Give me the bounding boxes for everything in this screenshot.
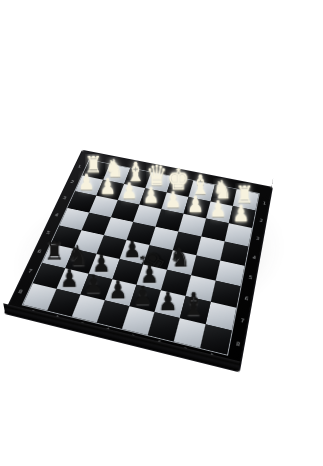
square-g7[interactable]: ♝: [180, 296, 211, 324]
product-photo: ♜♞♝♛♚♝♞♜♟♟♟♟♟♟♟♟♟♚♞♜♞♟♟♟♟♟♟♟♝ 1122334455…: [0, 0, 323, 466]
piece-black-pawn-b7[interactable]: ♟: [59, 266, 78, 291]
piece-white-pawn-g2[interactable]: ♟: [209, 198, 226, 220]
piece-white-pawn-h2[interactable]: ♟: [232, 202, 249, 225]
rank-label-right-1: 1: [263, 201, 267, 205]
rank-label-right-6: 6: [245, 296, 249, 301]
chess-board-case: ♜♞♝♛♚♝♞♜♟♟♟♟♟♟♟♟♟♚♞♜♞♟♟♟♟♟♟♟♝ 1122334455…: [5, 151, 272, 371]
chessboard-scene: ♜♞♝♛♚♝♞♜♟♟♟♟♟♟♟♟♟♚♞♜♞♟♟♟♟♟♟♟♝ 1122334455…: [6, 106, 318, 466]
rank-label-right-7: 7: [240, 318, 244, 324]
piece-black-knight-f5[interactable]: ♞: [169, 244, 190, 272]
rank-label-left-3: 3: [62, 196, 66, 200]
square-e7[interactable]: ♟: [129, 285, 160, 312]
square-e8[interactable]: [122, 306, 154, 335]
rank-label-left-8: 8: [18, 289, 23, 294]
rank-label-right-8: 8: [236, 341, 240, 347]
rank-label-left-2: 2: [70, 180, 74, 184]
rank-label-right-4: 4: [252, 255, 256, 260]
square-h8[interactable]: [200, 324, 232, 354]
rank-label-right-5: 5: [249, 275, 253, 280]
piece-white-pawn-d2[interactable]: ♟: [142, 184, 159, 206]
piece-black-pawn-d5[interactable]: ♟: [123, 237, 141, 261]
square-b8[interactable]: [47, 289, 80, 317]
piece-white-pawn-b2[interactable]: ♟: [99, 176, 116, 198]
rank-label-right-2: 2: [259, 218, 263, 222]
rank-label-left-4: 4: [54, 213, 59, 217]
square-h6[interactable]: [211, 281, 241, 308]
piece-white-pawn-c2[interactable]: ♟: [120, 180, 137, 202]
piece-black-pawn-c7[interactable]: ♟: [83, 272, 102, 297]
square-g3[interactable]: [201, 218, 229, 241]
piece-white-pawn-e2[interactable]: ♟: [164, 189, 181, 211]
piece-black-bishop-g7[interactable]: ♝: [181, 289, 205, 320]
piece-white-pawn-f2[interactable]: ♟: [186, 193, 203, 215]
square-e2[interactable]: ♟: [161, 193, 188, 214]
rank-label-left-7: 7: [28, 268, 33, 273]
piece-black-rook-a6[interactable]: ♜: [44, 238, 64, 264]
piece-black-pawn-e7[interactable]: ♟: [133, 283, 152, 308]
rank-label-left-5: 5: [46, 230, 51, 235]
square-f8[interactable]: [148, 312, 180, 341]
square-h2[interactable]: ♟: [229, 206, 256, 228]
piece-white-pawn-a2[interactable]: ♟: [78, 171, 95, 193]
rank-label-left-1: 1: [77, 164, 81, 168]
square-g4[interactable]: [196, 236, 224, 260]
rank-label-left-6: 6: [37, 249, 42, 254]
piece-black-pawn-d7[interactable]: ♟: [108, 277, 127, 302]
rank-label-right-3: 3: [256, 236, 260, 241]
piece-black-pawn-f7[interactable]: ♟: [158, 289, 177, 314]
